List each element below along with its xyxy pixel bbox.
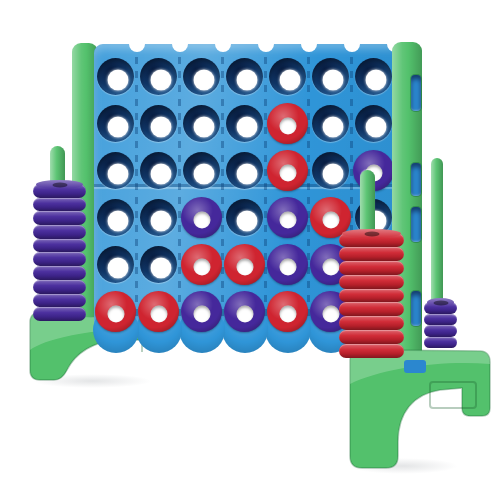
spare-stack-left-purple — [33, 184, 86, 321]
cell-r3c4 — [223, 147, 266, 194]
hole-empty — [312, 105, 349, 142]
cell-r2c5 — [266, 100, 309, 147]
spare-disc-red — [339, 316, 404, 330]
board-scallop-dip — [258, 36, 274, 52]
hole-empty — [226, 58, 263, 95]
cell-r6c3 — [180, 288, 223, 335]
spare-disc-red — [339, 261, 404, 275]
spare-disc-red — [339, 330, 404, 344]
cell-r4c2 — [137, 194, 180, 241]
spare-disc-red — [339, 247, 404, 261]
cell-r5c5 — [266, 241, 309, 288]
frame-leg-right — [342, 344, 492, 474]
hole-empty — [140, 199, 177, 236]
stack-top-purple — [427, 298, 454, 307]
spare-disc-purple — [424, 314, 457, 326]
disc-red — [267, 103, 308, 144]
spare-stack-red — [339, 233, 404, 358]
disc-red — [267, 150, 308, 191]
board-scallop-dip — [344, 36, 360, 52]
disc-purple — [267, 197, 308, 238]
spare-disc-red — [339, 289, 404, 303]
spare-disc-purple — [33, 280, 86, 294]
hole-empty — [269, 58, 306, 95]
hole-empty — [226, 105, 263, 142]
spare-disc-purple — [33, 225, 86, 239]
spare-stack-rear-purple — [424, 302, 457, 348]
cell-r4c3 — [180, 194, 223, 241]
disc-red — [138, 291, 179, 332]
disc-red — [267, 291, 308, 332]
disc-purple — [224, 291, 265, 332]
cell-r1c5 — [266, 53, 309, 100]
hole-empty — [97, 199, 134, 236]
spare-disc-purple — [424, 325, 457, 337]
disc-purple — [267, 244, 308, 285]
cell-r1c4 — [223, 53, 266, 100]
disc-red — [224, 244, 265, 285]
hole-empty — [355, 105, 392, 142]
disc-post-right-rear — [431, 158, 443, 313]
cell-r4c4 — [223, 194, 266, 241]
hole-empty — [226, 152, 263, 189]
cell-r6c5 — [266, 288, 309, 335]
cell-r3c6 — [309, 147, 352, 194]
stack-top-red — [342, 229, 401, 238]
cell-r3c2 — [137, 147, 180, 194]
cell-r1c6 — [309, 53, 352, 100]
cell-r1c2 — [137, 53, 180, 100]
hole-empty — [312, 152, 349, 189]
leg-clip-blue — [404, 360, 426, 373]
spare-disc-red — [339, 302, 404, 316]
cell-r2c4 — [223, 100, 266, 147]
cell-r2c2 — [137, 100, 180, 147]
cell-r5c2 — [137, 241, 180, 288]
hole-empty — [97, 58, 134, 95]
spare-disc-purple — [33, 294, 86, 308]
hole-empty — [140, 152, 177, 189]
hole-empty — [226, 199, 263, 236]
spare-disc-purple — [424, 337, 457, 349]
disc-purple — [181, 197, 222, 238]
hole-empty — [97, 105, 134, 142]
cell-r5c4 — [223, 241, 266, 288]
cell-r3c5 — [266, 147, 309, 194]
board-scallop-dip — [129, 36, 145, 52]
frame-slot — [411, 75, 421, 111]
board-scallop-dip — [301, 36, 317, 52]
cell-r2c6 — [309, 100, 352, 147]
spare-disc-red — [339, 275, 404, 289]
hole-empty — [97, 152, 134, 189]
disc-purple — [181, 291, 222, 332]
cell-r1c7 — [352, 53, 395, 100]
spare-disc-red — [339, 344, 404, 358]
cell-r2c3 — [180, 100, 223, 147]
cell-r6c2 — [137, 288, 180, 335]
hole-empty — [97, 246, 134, 283]
giant-connect-four-photo — [0, 0, 499, 500]
board-scallop-dip — [172, 36, 188, 52]
spare-disc-purple — [33, 239, 86, 253]
hole-empty — [355, 58, 392, 95]
cell-r5c1 — [94, 241, 137, 288]
frame-slot — [411, 207, 421, 242]
spare-disc-purple — [33, 211, 86, 225]
disc-red — [95, 291, 136, 332]
hole-empty — [140, 58, 177, 95]
frame-slot — [411, 163, 421, 196]
cell-r3c3 — [180, 147, 223, 194]
cell-r4c5 — [266, 194, 309, 241]
frame-slot — [411, 291, 421, 326]
hole-empty — [140, 246, 177, 283]
cell-r6c1 — [94, 288, 137, 335]
hole-empty — [183, 58, 220, 95]
cell-r5c3 — [180, 241, 223, 288]
cell-r1c1 — [94, 53, 137, 100]
cell-r4c1 — [94, 194, 137, 241]
stack-top-purple — [36, 180, 83, 189]
cell-r6c4 — [223, 288, 266, 335]
disc-red — [181, 244, 222, 285]
cell-r1c3 — [180, 53, 223, 100]
cell-r3c1 — [94, 147, 137, 194]
spare-disc-purple — [33, 266, 86, 280]
spare-disc-purple — [33, 252, 86, 266]
cell-r2c7 — [352, 100, 395, 147]
board-scallop-dip — [215, 36, 231, 52]
spare-disc-purple — [33, 307, 86, 321]
hole-empty — [140, 105, 177, 142]
hole-empty — [312, 58, 349, 95]
cell-r2c1 — [94, 100, 137, 147]
hole-empty — [183, 152, 220, 189]
hole-empty — [183, 105, 220, 142]
spare-disc-purple — [33, 198, 86, 212]
